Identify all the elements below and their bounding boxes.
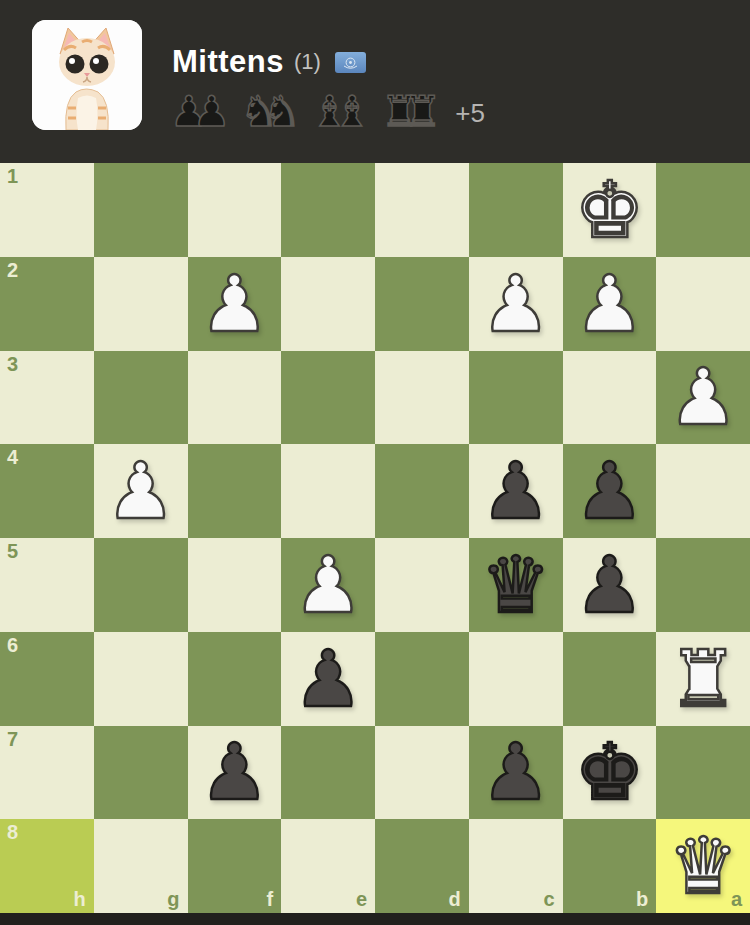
black-pawn[interactable]: ♟ [563, 444, 657, 538]
square-h1[interactable]: 1 [0, 163, 94, 257]
square-b4[interactable]: ♟ [563, 444, 657, 538]
black-pawn[interactable]: ♟ [188, 726, 282, 820]
square-d3[interactable] [375, 351, 469, 445]
square-f5[interactable] [188, 538, 282, 632]
square-f7[interactable]: ♟ [188, 726, 282, 820]
un-flag-icon [335, 52, 366, 73]
white-pawn[interactable]: ♟ [281, 538, 375, 632]
square-a5[interactable] [656, 538, 750, 632]
square-h7[interactable]: 7 [0, 726, 94, 820]
player-rating: (1) [294, 49, 321, 75]
square-e1[interactable] [281, 163, 375, 257]
rank-label-8: 8 [7, 822, 18, 842]
rank-label-5: 5 [7, 541, 18, 561]
rank-label-4: 4 [7, 447, 18, 467]
square-f1[interactable] [188, 163, 282, 257]
captured-knight-glyph: ♞ [263, 90, 301, 134]
square-h4[interactable]: 4 [0, 444, 94, 538]
square-b2[interactable]: ♟ [563, 257, 657, 351]
square-f6[interactable] [188, 632, 282, 726]
square-e8[interactable]: e [281, 819, 375, 913]
square-a6[interactable]: ♜ [656, 632, 750, 726]
square-e7[interactable] [281, 726, 375, 820]
file-label-f: f [267, 889, 274, 909]
captured-knights-icon: ♞♞ [240, 90, 300, 134]
black-pawn[interactable]: ♟ [281, 632, 375, 726]
square-c1[interactable] [469, 163, 563, 257]
square-d5[interactable] [375, 538, 469, 632]
square-b8[interactable]: b [563, 819, 657, 913]
square-b6[interactable] [563, 632, 657, 726]
bottom-bar [0, 913, 750, 925]
square-b5[interactable]: ♟ [563, 538, 657, 632]
square-h2[interactable]: 2 [0, 257, 94, 351]
white-queen[interactable]: ♛ [656, 819, 750, 913]
square-f8[interactable]: f [188, 819, 282, 913]
rank-label-6: 6 [7, 635, 18, 655]
square-d6[interactable] [375, 632, 469, 726]
square-h8[interactable]: 8h [0, 819, 94, 913]
black-queen[interactable]: ♛ [469, 538, 563, 632]
captured-pawns-icon: ♟♟ [170, 90, 230, 134]
square-f3[interactable] [188, 351, 282, 445]
square-b7[interactable]: ♚ [563, 726, 657, 820]
file-label-h: h [74, 889, 86, 909]
square-g2[interactable] [94, 257, 188, 351]
file-label-d: d [449, 889, 461, 909]
square-b1[interactable]: ♚ [563, 163, 657, 257]
kitten-avatar-image [32, 20, 142, 130]
file-label-b: b [636, 889, 648, 909]
square-d8[interactable]: d [375, 819, 469, 913]
rank-label-1: 1 [7, 166, 18, 186]
square-d7[interactable] [375, 726, 469, 820]
square-h6[interactable]: 6 [0, 632, 94, 726]
white-pawn[interactable]: ♟ [469, 257, 563, 351]
square-c6[interactable] [469, 632, 563, 726]
file-label-e: e [356, 889, 367, 909]
square-e2[interactable] [281, 257, 375, 351]
square-c4[interactable]: ♟ [469, 444, 563, 538]
square-c8[interactable]: c [469, 819, 563, 913]
rank-label-2: 2 [7, 260, 18, 280]
square-a2[interactable] [656, 257, 750, 351]
square-e5[interactable]: ♟ [281, 538, 375, 632]
square-e3[interactable] [281, 351, 375, 445]
square-f2[interactable]: ♟ [188, 257, 282, 351]
square-a7[interactable] [656, 726, 750, 820]
square-a1[interactable] [656, 163, 750, 257]
rank-label-7: 7 [7, 729, 18, 749]
white-pawn[interactable]: ♟ [563, 257, 657, 351]
square-c5[interactable]: ♛ [469, 538, 563, 632]
white-pawn[interactable]: ♟ [656, 351, 750, 445]
square-g6[interactable] [94, 632, 188, 726]
file-label-c: c [543, 889, 554, 909]
square-h3[interactable]: 3 [0, 351, 94, 445]
square-d1[interactable] [375, 163, 469, 257]
white-pawn[interactable]: ♟ [94, 444, 188, 538]
captured-pawn-glyph: ♟ [193, 90, 231, 134]
square-a4[interactable] [656, 444, 750, 538]
rank-label-3: 3 [7, 354, 18, 374]
black-pawn[interactable]: ♟ [563, 538, 657, 632]
square-h5[interactable]: 5 [0, 538, 94, 632]
square-c2[interactable]: ♟ [469, 257, 563, 351]
white-rook[interactable]: ♜ [656, 632, 750, 726]
player-name[interactable]: Mittens [172, 44, 284, 80]
player-header: Mittens (1) ♟♟♞♞♝♝♜♜+5 [0, 0, 750, 163]
white-pawn[interactable]: ♟ [188, 257, 282, 351]
square-d2[interactable] [375, 257, 469, 351]
player-avatar[interactable] [32, 20, 142, 130]
square-e6[interactable]: ♟ [281, 632, 375, 726]
square-d4[interactable] [375, 444, 469, 538]
file-label-g: g [167, 889, 179, 909]
black-pawn[interactable]: ♟ [469, 726, 563, 820]
square-c7[interactable]: ♟ [469, 726, 563, 820]
captured-bishops-icon: ♝♝ [311, 90, 371, 134]
square-e4[interactable] [281, 444, 375, 538]
captured-rooks-icon: ♜♜ [381, 90, 441, 134]
white-king[interactable]: ♚ [563, 163, 657, 257]
square-a8[interactable]: a♛ [656, 819, 750, 913]
black-king[interactable]: ♚ [563, 726, 657, 820]
square-g8[interactable]: g [94, 819, 188, 913]
captured-bishop-glyph: ♝ [333, 90, 371, 134]
material-score: +5 [455, 98, 485, 134]
square-f4[interactable] [188, 444, 282, 538]
square-c3[interactable] [469, 351, 563, 445]
square-a3[interactable]: ♟ [656, 351, 750, 445]
black-pawn[interactable]: ♟ [469, 444, 563, 538]
captured-rook-glyph: ♜ [404, 90, 442, 134]
square-g4[interactable]: ♟ [94, 444, 188, 538]
square-g5[interactable] [94, 538, 188, 632]
chess-board: 1♚2♟♟♟3♟4♟♟♟5♟♛♟6♟♜7♟♟♚8hgfedcba♛ [0, 163, 750, 913]
captured-pieces: ♟♟♞♞♝♝♜♜+5 [170, 88, 485, 134]
square-b3[interactable] [563, 351, 657, 445]
square-g7[interactable] [94, 726, 188, 820]
square-g3[interactable] [94, 351, 188, 445]
square-g1[interactable] [94, 163, 188, 257]
